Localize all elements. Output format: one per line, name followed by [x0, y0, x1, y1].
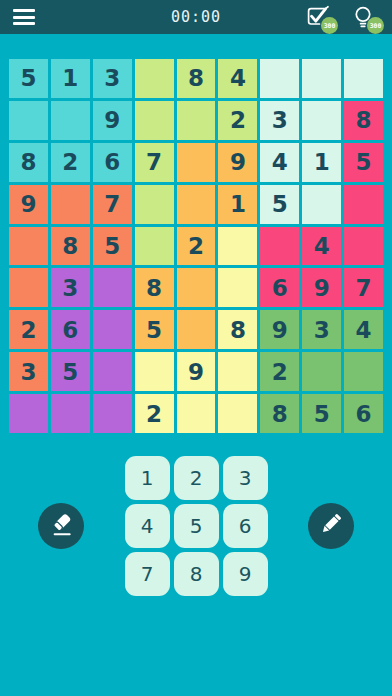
cell-r5c9[interactable]: [344, 227, 383, 266]
cell-r4c3[interactable]: 7: [93, 185, 132, 224]
numpad-key-1[interactable]: 1: [125, 456, 170, 500]
cell-r5c8[interactable]: 4: [302, 227, 341, 266]
cell-r8c2[interactable]: 5: [51, 352, 90, 391]
cell-r6c1[interactable]: [9, 268, 48, 307]
cell-r9c9[interactable]: 6: [344, 394, 383, 433]
check-solution-button[interactable]: 300: [304, 4, 330, 30]
cell-r6c9[interactable]: 7: [344, 268, 383, 307]
cell-r2c2[interactable]: [51, 101, 90, 140]
cell-r5c6[interactable]: [218, 227, 257, 266]
numpad-key-2[interactable]: 2: [174, 456, 219, 500]
cell-r1c3[interactable]: 3: [93, 59, 132, 98]
cell-r5c3[interactable]: 5: [93, 227, 132, 266]
cell-r7c1[interactable]: 2: [9, 310, 48, 349]
topbar-actions: 300 300: [304, 4, 376, 30]
cell-r3c1[interactable]: 8: [9, 143, 48, 182]
cell-r4c8[interactable]: [302, 185, 341, 224]
eraser-icon: [47, 510, 75, 542]
cell-r6c3[interactable]: [93, 268, 132, 307]
numpad-key-9[interactable]: 9: [223, 552, 268, 596]
cell-r7c7[interactable]: 9: [260, 310, 299, 349]
cell-r6c5[interactable]: [177, 268, 216, 307]
cell-r9c3[interactable]: [93, 394, 132, 433]
cell-r2c3[interactable]: 9: [93, 101, 132, 140]
pencil-icon: [317, 510, 345, 542]
cell-r5c4[interactable]: [135, 227, 174, 266]
cell-r6c8[interactable]: 9: [302, 268, 341, 307]
cell-r9c2[interactable]: [51, 394, 90, 433]
cell-r8c8[interactable]: [302, 352, 341, 391]
cell-r8c7[interactable]: 2: [260, 352, 299, 391]
check-count-badge: 300: [321, 17, 338, 34]
top-bar: 00:00 300 300: [0, 0, 392, 34]
cell-r2c4[interactable]: [135, 101, 174, 140]
cell-r1c6[interactable]: 4: [218, 59, 257, 98]
cell-r7c6[interactable]: 8: [218, 310, 257, 349]
cell-r1c1[interactable]: 5: [9, 59, 48, 98]
cell-r2c1[interactable]: [9, 101, 48, 140]
cell-r3c4[interactable]: 7: [135, 143, 174, 182]
pencil-button[interactable]: [308, 503, 354, 549]
numpad-key-7[interactable]: 7: [125, 552, 170, 596]
cell-r8c6[interactable]: [218, 352, 257, 391]
numpad-key-4[interactable]: 4: [125, 504, 170, 548]
numpad-key-3[interactable]: 3: [223, 456, 268, 500]
hint-count-badge: 300: [367, 17, 384, 34]
cell-r6c2[interactable]: 3: [51, 268, 90, 307]
cell-r3c8[interactable]: 1: [302, 143, 341, 182]
cell-r8c5[interactable]: 9: [177, 352, 216, 391]
cell-r1c5[interactable]: 8: [177, 59, 216, 98]
cell-r8c1[interactable]: 3: [9, 352, 48, 391]
cell-r2c6[interactable]: 2: [218, 101, 257, 140]
cell-r2c5[interactable]: [177, 101, 216, 140]
cell-r5c7[interactable]: [260, 227, 299, 266]
cell-r4c7[interactable]: 5: [260, 185, 299, 224]
cell-r1c4[interactable]: [135, 59, 174, 98]
cell-r2c8[interactable]: [302, 101, 341, 140]
cell-r3c7[interactable]: 4: [260, 143, 299, 182]
numpad-key-8[interactable]: 8: [174, 552, 219, 596]
numpad-key-6[interactable]: 6: [223, 504, 268, 548]
cell-r6c6[interactable]: [218, 268, 257, 307]
cell-r1c2[interactable]: 1: [51, 59, 90, 98]
cell-r3c2[interactable]: 2: [51, 143, 90, 182]
hamburger-menu-icon[interactable]: [13, 6, 35, 29]
cell-r4c6[interactable]: 1: [218, 185, 257, 224]
cell-r3c3[interactable]: 6: [93, 143, 132, 182]
cell-r4c2[interactable]: [51, 185, 90, 224]
cell-r2c7[interactable]: 3: [260, 101, 299, 140]
cell-r8c4[interactable]: [135, 352, 174, 391]
cell-r4c1[interactable]: 9: [9, 185, 48, 224]
cell-r5c5[interactable]: 2: [177, 227, 216, 266]
game-timer: 00:00: [171, 8, 221, 26]
number-pad: 123456789: [125, 456, 268, 596]
cell-r9c4[interactable]: 2: [135, 394, 174, 433]
cell-r6c7[interactable]: 6: [260, 268, 299, 307]
cell-r5c2[interactable]: 8: [51, 227, 90, 266]
cell-r3c5[interactable]: [177, 143, 216, 182]
cell-r8c3[interactable]: [93, 352, 132, 391]
cell-r2c9[interactable]: 8: [344, 101, 383, 140]
cell-r7c3[interactable]: [93, 310, 132, 349]
cell-r7c4[interactable]: 5: [135, 310, 174, 349]
cell-r9c7[interactable]: 8: [260, 394, 299, 433]
cell-r9c1[interactable]: [9, 394, 48, 433]
hint-button[interactable]: 300: [350, 4, 376, 30]
cell-r9c5[interactable]: [177, 394, 216, 433]
cell-r1c7[interactable]: [260, 59, 299, 98]
cell-r7c8[interactable]: 3: [302, 310, 341, 349]
cell-r7c9[interactable]: 4: [344, 310, 383, 349]
cell-r5c1[interactable]: [9, 227, 48, 266]
cell-r8c9[interactable]: [344, 352, 383, 391]
cell-r9c6[interactable]: [218, 394, 257, 433]
sudoku-board: 5138492388267941597158524386972658934359…: [9, 59, 383, 433]
cell-r3c6[interactable]: 9: [218, 143, 257, 182]
cell-r7c5[interactable]: [177, 310, 216, 349]
cell-r4c5[interactable]: [177, 185, 216, 224]
cell-r1c8[interactable]: [302, 59, 341, 98]
cell-r9c8[interactable]: 5: [302, 394, 341, 433]
cell-r1c9[interactable]: [344, 59, 383, 98]
cell-r6c4[interactable]: 8: [135, 268, 174, 307]
cell-r7c2[interactable]: 6: [51, 310, 90, 349]
numpad-key-5[interactable]: 5: [174, 504, 219, 548]
eraser-button[interactable]: [38, 503, 84, 549]
cell-r3c9[interactable]: 5: [344, 143, 383, 182]
cell-r4c4[interactable]: [135, 185, 174, 224]
cell-r4c9[interactable]: [344, 185, 383, 224]
bottom-controls: 123456789: [0, 456, 392, 596]
